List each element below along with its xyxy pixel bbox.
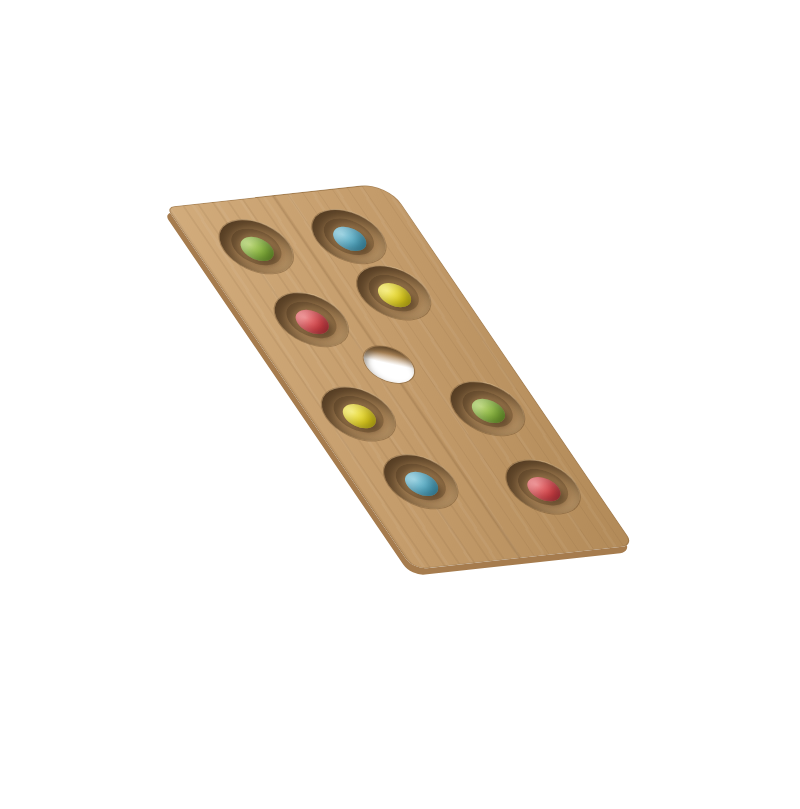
pit-B3[interactable] — [438, 379, 538, 439]
pit-B2[interactable] — [344, 263, 444, 323]
product-photo — [0, 0, 800, 809]
pit-B4[interactable] — [493, 457, 593, 517]
pit-B1[interactable] — [299, 207, 399, 267]
pit-A1[interactable] — [206, 217, 306, 277]
pit-A4[interactable] — [371, 452, 471, 512]
game-board — [166, 183, 634, 570]
pit-A3[interactable] — [309, 384, 409, 444]
center-hole[interactable] — [355, 344, 424, 385]
pit-A2[interactable] — [261, 290, 361, 350]
